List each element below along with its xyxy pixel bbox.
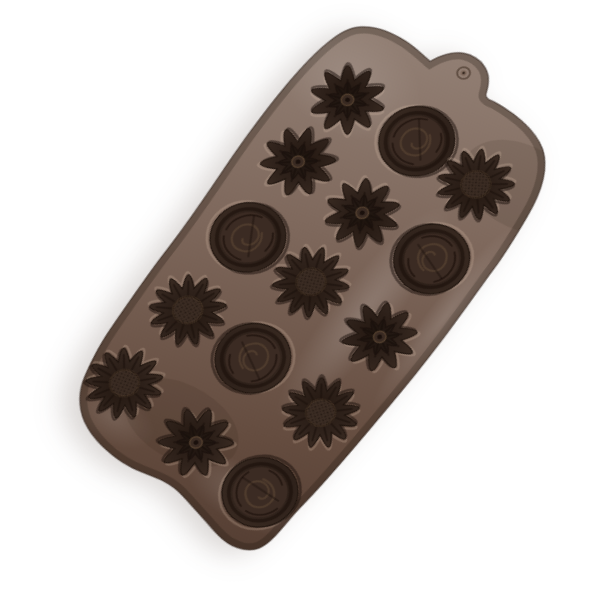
silicone-chocolate-mold: [45, 13, 574, 548]
mold-graphic: [8, 0, 600, 583]
photo-background: [0, 0, 600, 600]
